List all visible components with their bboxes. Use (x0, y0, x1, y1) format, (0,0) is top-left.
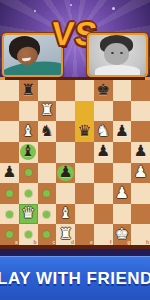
square-f3[interactable] (94, 183, 113, 204)
sparkle-icon (112, 7, 115, 10)
square-d3[interactable] (56, 183, 75, 204)
square-e8[interactable] (75, 80, 94, 101)
square-g6[interactable]: ♟ (113, 121, 132, 142)
file-coordinate-label: e (90, 239, 93, 245)
square-h2[interactable] (131, 204, 150, 225)
square-e3[interactable] (75, 183, 94, 204)
square-b5[interactable]: ♝ (19, 142, 38, 163)
square-b4[interactable] (19, 163, 38, 184)
square-h3[interactable] (131, 183, 150, 204)
square-b8[interactable]: ♜ (19, 80, 38, 101)
square-h4[interactable]: ♟ (131, 163, 150, 184)
square-a7[interactable] (0, 101, 19, 122)
square-h5[interactable]: ♟ (131, 142, 150, 163)
square-c2[interactable] (38, 204, 57, 225)
square-h1[interactable]: h (131, 224, 150, 245)
legal-move-dot (6, 231, 13, 238)
square-c4[interactable] (38, 163, 57, 184)
black-knight-c6: ♞ (38, 121, 57, 142)
white-knight-f6: ♞ (94, 121, 113, 142)
square-c8[interactable] (38, 80, 57, 101)
square-d2[interactable]: ♝ (56, 204, 75, 225)
legal-move-dot (6, 211, 13, 218)
player-two-face (104, 43, 129, 65)
square-c3[interactable] (38, 183, 57, 204)
footer-divider (0, 249, 150, 256)
player-two-avatar (87, 33, 148, 77)
legal-move-dot (43, 211, 50, 218)
legal-move-dot (25, 231, 32, 238)
square-h6[interactable] (131, 121, 150, 142)
player-two-eye (111, 52, 114, 54)
square-c1[interactable]: c (38, 224, 57, 245)
square-d8[interactable] (56, 80, 75, 101)
square-b1[interactable]: b (19, 224, 38, 245)
white-queen-b2: ♛ (19, 204, 38, 225)
square-a2[interactable] (0, 204, 19, 225)
square-c5[interactable] (38, 142, 57, 163)
square-d5[interactable] (56, 142, 75, 163)
legal-move-dot (43, 190, 50, 197)
play-with-friends-button[interactable]: PLAY WITH FRIENDS (0, 256, 150, 300)
file-coordinate-label: g (127, 239, 130, 245)
versus-header: VS (0, 0, 150, 77)
player-two-photo (89, 35, 146, 75)
square-g2[interactable] (113, 204, 132, 225)
square-d1[interactable]: ♜d (56, 224, 75, 245)
square-a8[interactable] (0, 80, 19, 101)
file-coordinate-label: d (71, 239, 74, 245)
square-c6[interactable]: ♞ (38, 121, 57, 142)
chess-board: ♜♚♜♝♞♛♞♟♝♟♟♟♟♟♟♛♝abc♜def♚gh (0, 80, 150, 245)
white-pawn-g3: ♟ (113, 183, 132, 204)
square-h8[interactable] (131, 80, 150, 101)
square-a3[interactable] (0, 183, 19, 204)
square-b7[interactable] (19, 101, 38, 122)
legal-move-dot (43, 231, 50, 238)
file-coordinate-label: f (110, 239, 112, 245)
square-g4[interactable] (113, 163, 132, 184)
square-g8[interactable] (113, 80, 132, 101)
square-d4[interactable]: ♟ (56, 163, 75, 184)
square-c7[interactable]: ♜ (38, 101, 57, 122)
square-f4[interactable] (94, 163, 113, 184)
black-pawn-a4: ♟ (0, 163, 19, 184)
file-coordinate-label: a (15, 239, 18, 245)
sparkle-icon (70, 4, 72, 6)
square-e1[interactable]: e (75, 224, 94, 245)
black-pawn-d4: ♟ (56, 163, 75, 184)
square-h7[interactable] (131, 101, 150, 122)
square-e2[interactable] (75, 204, 94, 225)
white-bishop-b6: ♝ (19, 121, 38, 142)
square-e4[interactable] (75, 163, 94, 184)
square-a4[interactable]: ♟ (0, 163, 19, 184)
file-coordinate-label: b (33, 239, 36, 245)
square-g3[interactable]: ♟ (113, 183, 132, 204)
square-b6[interactable]: ♝ (19, 121, 38, 142)
legal-move-dot (25, 169, 32, 176)
square-b3[interactable] (19, 183, 38, 204)
square-f1[interactable]: f (94, 224, 113, 245)
cta-label: PLAY WITH FRIENDS (0, 269, 150, 289)
black-pawn-g6: ♟ (113, 121, 132, 142)
square-g5[interactable] (113, 142, 132, 163)
file-coordinate-label: h (146, 239, 149, 245)
black-pawn-h5: ♟ (131, 142, 150, 163)
square-e7[interactable] (75, 101, 94, 122)
square-e6[interactable]: ♛ (75, 121, 94, 142)
square-f8[interactable]: ♚ (94, 80, 113, 101)
square-g7[interactable] (113, 101, 132, 122)
white-rook-c7: ♜ (38, 101, 57, 122)
legal-move-dot (25, 190, 32, 197)
square-b2[interactable]: ♛ (19, 204, 38, 225)
square-a5[interactable] (0, 142, 19, 163)
white-bishop-d2: ♝ (56, 204, 75, 225)
square-g1[interactable]: ♚g (113, 224, 132, 245)
black-king-f8: ♚ (94, 80, 113, 101)
player-two-clothing (95, 65, 141, 77)
square-d6[interactable] (56, 121, 75, 142)
black-queen-e6: ♛ (75, 121, 94, 142)
square-a6[interactable] (0, 121, 19, 142)
white-pawn-h4: ♟ (131, 163, 150, 184)
square-f2[interactable] (94, 204, 113, 225)
legal-move-dot (6, 190, 13, 197)
square-d7[interactable] (56, 101, 75, 122)
file-coordinate-label: c (52, 239, 55, 245)
black-pawn-f5: ♟ (94, 142, 113, 163)
black-rook-b8: ♜ (19, 80, 38, 101)
square-a1[interactable]: a (0, 224, 19, 245)
black-bishop-b5: ♝ (19, 142, 38, 163)
sparkle-icon (34, 10, 36, 12)
chess-app-ad: VS ♜♚♜♝♞♛♞♟♝♟♟♟♟♟♟♛♝abc♜def♚gh PLAY WITH… (0, 0, 150, 300)
square-f6[interactable]: ♞ (94, 121, 113, 142)
square-e5[interactable] (75, 142, 94, 163)
chess-board-frame: ♜♚♜♝♞♛♞♟♝♟♟♟♟♟♟♛♝abc♜def♚gh (0, 77, 150, 249)
square-f7[interactable] (94, 101, 113, 122)
square-f5[interactable]: ♟ (94, 142, 113, 163)
